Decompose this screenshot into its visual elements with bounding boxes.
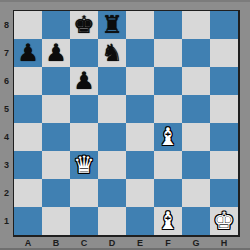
- square-b5[interactable]: [42, 95, 70, 123]
- file-label-c: C: [70, 237, 98, 250]
- square-c6[interactable]: ♟: [70, 67, 98, 95]
- square-f4[interactable]: ♝: [154, 123, 182, 151]
- file-label-h: H: [210, 237, 238, 250]
- rank-label-8: 8: [0, 11, 13, 39]
- square-d4[interactable]: [98, 123, 126, 151]
- white-bishop[interactable]: ♝: [157, 207, 179, 235]
- square-e5[interactable]: [126, 95, 154, 123]
- square-f1[interactable]: ♝: [154, 207, 182, 235]
- square-g1[interactable]: [182, 207, 210, 235]
- rank-label-1: 1: [0, 207, 13, 235]
- square-d1[interactable]: [98, 207, 126, 235]
- square-g2[interactable]: [182, 179, 210, 207]
- square-f3[interactable]: [154, 151, 182, 179]
- white-bishop[interactable]: ♝: [157, 123, 179, 151]
- square-f8[interactable]: [154, 11, 182, 39]
- black-rook[interactable]: ♜: [101, 11, 123, 39]
- square-d3[interactable]: [98, 151, 126, 179]
- rank-label-6: 6: [0, 67, 13, 95]
- square-a1[interactable]: [14, 207, 42, 235]
- rank-labels: 87654321: [0, 11, 13, 235]
- file-label-d: D: [98, 237, 126, 250]
- file-label-f: F: [154, 237, 182, 250]
- black-knight[interactable]: ♞: [101, 39, 123, 67]
- black-pawn[interactable]: ♟: [17, 39, 39, 67]
- chess-diagram: 87654321 ♚♜♟♟♞♟♝♛♝♚ ABCDEFGH: [0, 0, 250, 250]
- square-h6[interactable]: [210, 67, 238, 95]
- square-g4[interactable]: [182, 123, 210, 151]
- rank-label-5: 5: [0, 95, 13, 123]
- square-d2[interactable]: [98, 179, 126, 207]
- file-label-g: G: [182, 237, 210, 250]
- square-e7[interactable]: [126, 39, 154, 67]
- square-h5[interactable]: [210, 95, 238, 123]
- square-h4[interactable]: [210, 123, 238, 151]
- rank-label-2: 2: [0, 179, 13, 207]
- square-g5[interactable]: [182, 95, 210, 123]
- chess-board: ♚♜♟♟♞♟♝♛♝♚: [13, 10, 240, 237]
- rank-label-7: 7: [0, 39, 13, 67]
- square-h1[interactable]: ♚: [210, 207, 238, 235]
- square-e4[interactable]: [126, 123, 154, 151]
- square-e8[interactable]: [126, 11, 154, 39]
- square-a2[interactable]: [14, 179, 42, 207]
- square-h7[interactable]: [210, 39, 238, 67]
- rank-label-3: 3: [0, 151, 13, 179]
- square-d6[interactable]: [98, 67, 126, 95]
- square-b2[interactable]: [42, 179, 70, 207]
- file-labels: ABCDEFGH: [14, 237, 238, 250]
- square-d5[interactable]: [98, 95, 126, 123]
- square-c7[interactable]: [70, 39, 98, 67]
- square-e3[interactable]: [126, 151, 154, 179]
- square-c1[interactable]: [70, 207, 98, 235]
- square-b7[interactable]: ♟: [42, 39, 70, 67]
- black-pawn[interactable]: ♟: [73, 67, 95, 95]
- square-c4[interactable]: [70, 123, 98, 151]
- square-h3[interactable]: [210, 151, 238, 179]
- black-king[interactable]: ♚: [73, 11, 95, 39]
- square-f6[interactable]: [154, 67, 182, 95]
- file-label-b: B: [42, 237, 70, 250]
- square-a5[interactable]: [14, 95, 42, 123]
- file-label-a: A: [14, 237, 42, 250]
- square-c2[interactable]: [70, 179, 98, 207]
- square-a3[interactable]: [14, 151, 42, 179]
- white-queen[interactable]: ♛: [73, 151, 95, 179]
- square-f5[interactable]: [154, 95, 182, 123]
- square-a7[interactable]: ♟: [14, 39, 42, 67]
- square-g6[interactable]: [182, 67, 210, 95]
- square-h2[interactable]: [210, 179, 238, 207]
- square-f2[interactable]: [154, 179, 182, 207]
- rank-label-4: 4: [0, 123, 13, 151]
- square-d8[interactable]: ♜: [98, 11, 126, 39]
- square-a4[interactable]: [14, 123, 42, 151]
- square-a8[interactable]: [14, 11, 42, 39]
- square-h8[interactable]: [210, 11, 238, 39]
- square-b1[interactable]: [42, 207, 70, 235]
- square-d7[interactable]: ♞: [98, 39, 126, 67]
- square-b3[interactable]: [42, 151, 70, 179]
- square-b6[interactable]: [42, 67, 70, 95]
- square-b8[interactable]: [42, 11, 70, 39]
- square-e6[interactable]: [126, 67, 154, 95]
- square-c8[interactable]: ♚: [70, 11, 98, 39]
- square-e1[interactable]: [126, 207, 154, 235]
- square-b4[interactable]: [42, 123, 70, 151]
- square-c5[interactable]: [70, 95, 98, 123]
- square-f7[interactable]: [154, 39, 182, 67]
- white-king[interactable]: ♚: [213, 207, 235, 235]
- square-c3[interactable]: ♛: [70, 151, 98, 179]
- square-g8[interactable]: [182, 11, 210, 39]
- square-g7[interactable]: [182, 39, 210, 67]
- square-a6[interactable]: [14, 67, 42, 95]
- file-label-e: E: [126, 237, 154, 250]
- square-e2[interactable]: [126, 179, 154, 207]
- square-g3[interactable]: [182, 151, 210, 179]
- black-pawn[interactable]: ♟: [45, 39, 67, 67]
